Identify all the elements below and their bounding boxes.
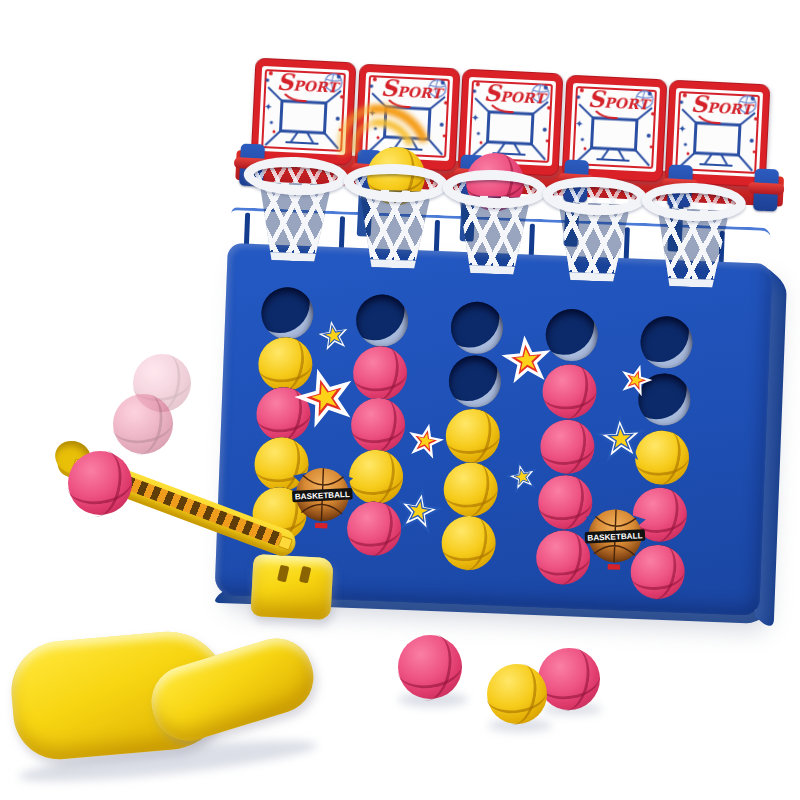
svg-text:✦: ✦ [471, 112, 480, 123]
yellow-star-sticker [311, 312, 357, 362]
yellow-star-sticker [593, 410, 649, 470]
loose-ball-pink [398, 635, 462, 699]
basket-rim [243, 155, 348, 197]
basket-5 [639, 163, 747, 285]
toy-scene: BASKETBALL BASKETBALL SPORT ✦ [0, 0, 800, 800]
launcher-ball [68, 451, 132, 515]
yellow-basketball [443, 461, 499, 517]
hole [260, 286, 314, 340]
red-star-sticker [294, 366, 356, 432]
hole [355, 294, 409, 348]
yellow-basketball [445, 408, 501, 464]
board-cell-r1c5[interactable] [619, 315, 716, 370]
svg-text:✦: ✦ [678, 123, 687, 134]
basket-3 [440, 150, 548, 272]
pink-basketball [352, 345, 408, 401]
loose-ball-pink [538, 648, 600, 710]
hinge-clip [753, 169, 779, 212]
game-board: BASKETBALL BASKETBALL [214, 243, 772, 616]
basket-4 [539, 157, 647, 279]
yellow-basketball [441, 515, 497, 571]
basket-rim [542, 175, 647, 217]
basket-rim [641, 181, 746, 223]
svg-text:✦: ✦ [264, 101, 273, 112]
yellow-star-sticker [503, 458, 541, 499]
red-star-sticker [501, 334, 553, 390]
svg-text:✦: ✦ [574, 118, 583, 129]
pink-basketball [539, 419, 595, 475]
red-star-sticker [619, 363, 652, 400]
basketball-logo-sticker: BASKETBALL [582, 503, 647, 578]
basket-rim [442, 168, 547, 210]
red-star-sticker [407, 422, 445, 463]
launcher-base [7, 627, 231, 763]
loose-ball-yellow [487, 664, 547, 724]
launcher-base-neck [143, 630, 323, 750]
hole [448, 354, 502, 408]
basketball-logo-sticker: BASKETBALL [290, 462, 355, 537]
hinge-pin [748, 182, 784, 195]
yellow-star-sticker [393, 485, 445, 541]
ghost-ball [113, 394, 173, 454]
launcher-shadow [17, 732, 318, 789]
hole [450, 301, 504, 355]
hole [640, 315, 694, 369]
hole [545, 308, 599, 362]
basket-1 [241, 137, 349, 259]
